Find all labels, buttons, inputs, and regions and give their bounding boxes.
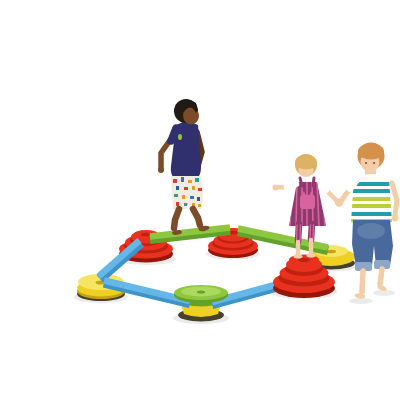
product-photo: Product photo: three young children play… (40, 16, 400, 400)
girl-near-hand (273, 185, 279, 191)
boy-right-shin (380, 269, 382, 284)
girl-far-sleeve (319, 184, 326, 190)
girl-left-legging (298, 224, 299, 242)
girl-strap-right (313, 178, 314, 186)
girl-left-foot (294, 255, 303, 259)
held-hands (335, 198, 343, 206)
walking-boy-sleeve (171, 128, 176, 141)
walking-boy-shorts (171, 176, 203, 209)
girl-right-legging (311, 224, 312, 240)
boy-far-hand (392, 215, 399, 222)
girl-near-sleeve (287, 184, 296, 188)
boy-right-eye (373, 162, 375, 164)
boy-left-shin (362, 271, 363, 292)
girl-strap-left (300, 178, 302, 186)
stone-yellow-front-center-disc (174, 285, 228, 303)
girl-right-foot (307, 254, 316, 258)
boy-left-eye (365, 162, 367, 164)
tshirt-logo (178, 134, 182, 140)
girl-fringe (295, 155, 317, 170)
balance-course-scene (40, 16, 400, 400)
walking-boy-hand (158, 167, 164, 173)
boy-fringe (358, 144, 384, 160)
boy-near-sleeve (350, 180, 356, 188)
white-background (40, 16, 400, 400)
